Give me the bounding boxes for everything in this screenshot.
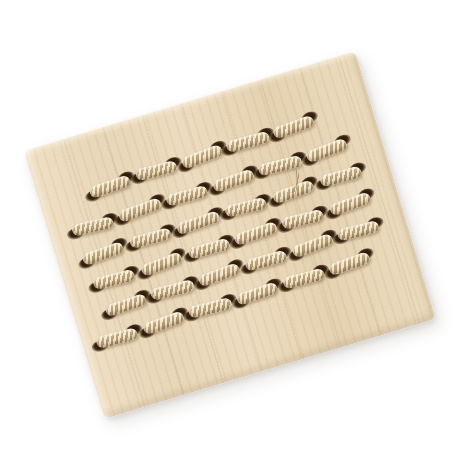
rope-stitch bbox=[277, 262, 330, 294]
rope-segment bbox=[271, 179, 315, 205]
rope-segment bbox=[328, 251, 372, 277]
rope-stitch bbox=[228, 216, 284, 252]
rope-stitch bbox=[332, 215, 385, 246]
rope-segment bbox=[187, 237, 231, 259]
rope-segment bbox=[142, 310, 186, 336]
rope-stitch bbox=[239, 245, 292, 277]
rope-stitch bbox=[160, 180, 213, 212]
rope-segment bbox=[175, 210, 221, 236]
rope-segment bbox=[336, 220, 380, 242]
rope-segment bbox=[233, 221, 279, 247]
rope-stitch bbox=[323, 186, 377, 222]
rope-segment bbox=[129, 227, 173, 249]
rope-stitch bbox=[112, 192, 168, 228]
rope-stitch bbox=[183, 292, 238, 324]
rope-stitch bbox=[267, 109, 321, 145]
rope-segment bbox=[328, 191, 372, 217]
rope-stitch bbox=[90, 322, 143, 354]
rope-stitch bbox=[99, 288, 153, 323]
rope-segment bbox=[235, 281, 279, 306]
rope-segment bbox=[281, 209, 325, 231]
rope-segment bbox=[282, 267, 326, 289]
rope-segment bbox=[117, 197, 162, 223]
rope-stitch bbox=[230, 276, 284, 311]
rope-stitch bbox=[266, 174, 320, 210]
rope-stitch bbox=[192, 257, 246, 293]
wooden-board bbox=[24, 51, 436, 419]
rope-stitch bbox=[219, 192, 272, 223]
rope-segment bbox=[95, 327, 139, 349]
rope-segment bbox=[272, 114, 316, 140]
rope-stitch bbox=[322, 246, 376, 282]
rope-segment bbox=[212, 168, 256, 193]
rope-stitch bbox=[207, 163, 261, 198]
rope-segment bbox=[305, 137, 349, 163]
rope-segment bbox=[92, 269, 136, 291]
rope-segment bbox=[150, 279, 196, 301]
rope-stitch bbox=[66, 211, 119, 242]
rope-segment bbox=[187, 297, 233, 319]
rope-stitch bbox=[83, 169, 137, 204]
rope-segment bbox=[224, 197, 268, 218]
rope-segment bbox=[104, 293, 148, 318]
product-photo bbox=[0, 0, 460, 460]
rope-stitch bbox=[252, 150, 307, 182]
rope-stitch bbox=[137, 305, 191, 341]
rope-stitch bbox=[130, 155, 183, 186]
rope-segment bbox=[257, 154, 303, 176]
rope-segment bbox=[180, 144, 224, 170]
rope-segment bbox=[244, 250, 288, 272]
rope-segment bbox=[225, 130, 271, 153]
rope-stitch bbox=[87, 264, 140, 295]
rope-segment bbox=[165, 185, 209, 207]
rope-segment bbox=[134, 160, 178, 182]
rope-segment bbox=[81, 241, 125, 267]
rope-segment bbox=[197, 262, 241, 288]
rope-segment bbox=[291, 233, 335, 259]
rope-segment bbox=[71, 216, 115, 237]
rope-stitch bbox=[300, 132, 354, 168]
rope-segment bbox=[140, 251, 184, 277]
rope-stitch bbox=[314, 160, 367, 192]
rope-segment bbox=[319, 165, 363, 187]
rope-segment bbox=[88, 174, 132, 199]
